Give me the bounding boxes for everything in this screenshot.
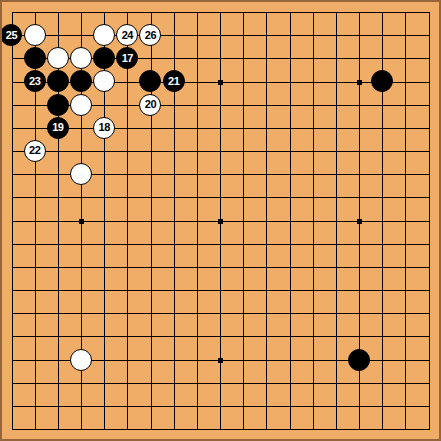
stone-black xyxy=(24,47,46,69)
stone-white-24: 24 xyxy=(116,24,138,46)
move-number: 22 xyxy=(29,145,40,156)
stone-white-20: 20 xyxy=(139,94,161,116)
stone-black xyxy=(47,94,69,116)
stone-black-23: 23 xyxy=(24,70,46,92)
move-number: 26 xyxy=(145,30,156,41)
move-number: 24 xyxy=(122,30,133,41)
stone-black xyxy=(348,349,370,371)
move-number: 18 xyxy=(99,122,110,133)
move-number: 21 xyxy=(168,76,179,87)
stone-black-21: 21 xyxy=(163,70,185,92)
stone-white xyxy=(93,70,115,92)
stone-black-25: 25 xyxy=(0,24,22,46)
stone-black xyxy=(70,70,92,92)
move-number: 17 xyxy=(122,53,133,64)
stone-white xyxy=(70,47,92,69)
stone-white-22: 22 xyxy=(24,140,46,162)
stone-black-17: 17 xyxy=(116,47,138,69)
stone-black xyxy=(93,47,115,69)
stone-white xyxy=(70,163,92,185)
stone-white xyxy=(70,349,92,371)
stone-white xyxy=(70,94,92,116)
move-number: 23 xyxy=(29,76,40,87)
move-number: 20 xyxy=(145,99,156,110)
stone-white xyxy=(93,24,115,46)
move-number: 19 xyxy=(52,122,63,133)
stone-black xyxy=(47,70,69,92)
stone-white-26: 26 xyxy=(139,24,161,46)
stone-black xyxy=(371,70,393,92)
move-number: 25 xyxy=(6,30,17,41)
go-board[interactable]: 25242617232120191822 xyxy=(0,0,441,441)
stone-white-18: 18 xyxy=(93,117,115,139)
stone-black-19: 19 xyxy=(47,117,69,139)
stone-white xyxy=(47,47,69,69)
stone-black xyxy=(139,70,161,92)
stones-layer: 25242617232120191822 xyxy=(0,0,440,440)
stone-white xyxy=(24,24,46,46)
